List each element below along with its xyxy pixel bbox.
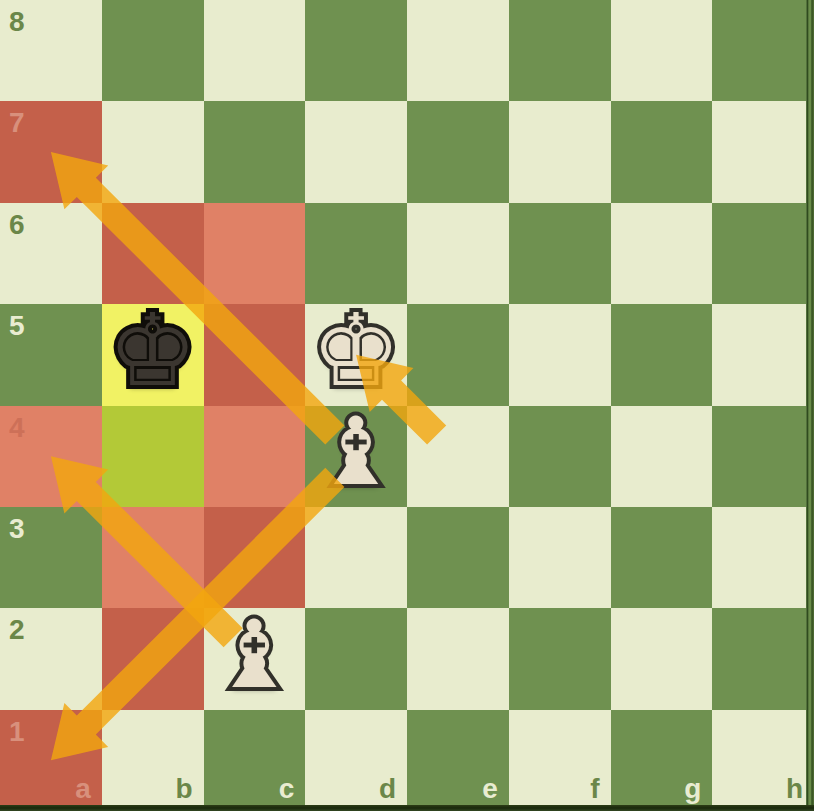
square-f5[interactable] (509, 304, 611, 405)
square-a4[interactable]: 4 (0, 406, 102, 507)
square-d2[interactable] (305, 608, 407, 709)
square-e1[interactable]: e (407, 710, 509, 811)
square-h6[interactable] (712, 203, 814, 304)
square-a5[interactable]: 5 (0, 304, 102, 405)
square-a2[interactable]: 2 (0, 608, 102, 709)
chess-board: 87654321abcdefgh ♚♚♚♚♝♝♝♝ (0, 0, 814, 811)
square-f3[interactable] (509, 507, 611, 608)
square-h3[interactable] (712, 507, 814, 608)
square-b5[interactable] (102, 304, 204, 405)
squares-layer: 87654321abcdefgh (0, 0, 814, 811)
file-label-h: h (786, 775, 803, 803)
square-a8[interactable]: 8 (0, 0, 102, 101)
square-a7[interactable]: 7 (0, 101, 102, 202)
rank-label-8: 8 (9, 8, 25, 36)
square-b2[interactable] (102, 608, 204, 709)
square-c1[interactable]: c (204, 710, 306, 811)
square-e6[interactable] (407, 203, 509, 304)
square-f2[interactable] (509, 608, 611, 709)
file-label-a: a (75, 775, 91, 803)
square-h4[interactable] (712, 406, 814, 507)
square-d8[interactable] (305, 0, 407, 101)
square-a3[interactable]: 3 (0, 507, 102, 608)
square-e5[interactable] (407, 304, 509, 405)
square-g2[interactable] (611, 608, 713, 709)
file-label-f: f (590, 775, 599, 803)
square-g5[interactable] (611, 304, 713, 405)
file-label-g: g (684, 775, 701, 803)
square-h7[interactable] (712, 101, 814, 202)
square-e3[interactable] (407, 507, 509, 608)
square-d1[interactable]: d (305, 710, 407, 811)
square-b6[interactable] (102, 203, 204, 304)
rank-label-1: 1 (9, 718, 25, 746)
rank-label-3: 3 (9, 515, 25, 543)
square-g6[interactable] (611, 203, 713, 304)
rank-label-4: 4 (9, 414, 25, 442)
square-d6[interactable] (305, 203, 407, 304)
square-f6[interactable] (509, 203, 611, 304)
square-e7[interactable] (407, 101, 509, 202)
file-label-e: e (482, 775, 498, 803)
square-d5[interactable] (305, 304, 407, 405)
square-h1[interactable]: h (712, 710, 814, 811)
square-c3[interactable] (204, 507, 306, 608)
square-c7[interactable] (204, 101, 306, 202)
rank-label-7: 7 (9, 109, 25, 137)
square-c6[interactable] (204, 203, 306, 304)
square-e2[interactable] (407, 608, 509, 709)
square-c2[interactable] (204, 608, 306, 709)
square-f8[interactable] (509, 0, 611, 101)
square-c4[interactable] (204, 406, 306, 507)
square-c8[interactable] (204, 0, 306, 101)
square-d7[interactable] (305, 101, 407, 202)
square-f4[interactable] (509, 406, 611, 507)
file-label-c: c (279, 775, 295, 803)
square-h5[interactable] (712, 304, 814, 405)
file-label-d: d (379, 775, 396, 803)
square-a6[interactable]: 6 (0, 203, 102, 304)
square-g8[interactable] (611, 0, 713, 101)
square-c5[interactable] (204, 304, 306, 405)
square-d3[interactable] (305, 507, 407, 608)
square-a1[interactable]: 1a (0, 710, 102, 811)
square-b3[interactable] (102, 507, 204, 608)
square-b4[interactable] (102, 406, 204, 507)
square-g1[interactable]: g (611, 710, 713, 811)
file-label-b: b (175, 775, 192, 803)
square-g7[interactable] (611, 101, 713, 202)
square-d4[interactable] (305, 406, 407, 507)
square-g4[interactable] (611, 406, 713, 507)
square-b1[interactable]: b (102, 710, 204, 811)
square-e8[interactable] (407, 0, 509, 101)
square-b7[interactable] (102, 101, 204, 202)
square-f1[interactable]: f (509, 710, 611, 811)
square-g3[interactable] (611, 507, 713, 608)
rank-label-5: 5 (9, 312, 25, 340)
square-h2[interactable] (712, 608, 814, 709)
square-b8[interactable] (102, 0, 204, 101)
rank-label-6: 6 (9, 211, 25, 239)
square-e4[interactable] (407, 406, 509, 507)
square-h8[interactable] (712, 0, 814, 101)
rank-label-2: 2 (9, 616, 25, 644)
square-f7[interactable] (509, 101, 611, 202)
